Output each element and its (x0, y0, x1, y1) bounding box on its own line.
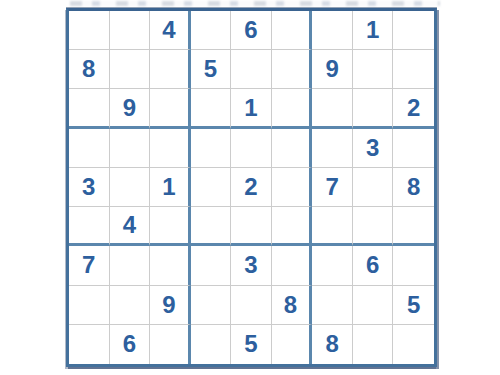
cell-r2c5-empty[interactable] (231, 50, 272, 89)
cell-r5c9-given: 8 (393, 168, 434, 207)
cell-r6c4-empty[interactable] (191, 207, 232, 246)
cell-r2c4-given: 5 (191, 50, 232, 89)
cell-r8c7-empty[interactable] (312, 286, 353, 325)
cell-r7c6-empty[interactable] (272, 246, 313, 285)
cell-r5c6-empty[interactable] (272, 168, 313, 207)
cell-r3c1-empty[interactable] (69, 89, 110, 128)
cell-r4c6-empty[interactable] (272, 129, 313, 168)
cell-r6c9-empty[interactable] (393, 207, 434, 246)
cell-r6c1-empty[interactable] (69, 207, 110, 246)
cell-r4c4-empty[interactable] (191, 129, 232, 168)
cell-r7c1-given: 7 (69, 246, 110, 285)
cell-r7c3-empty[interactable] (150, 246, 191, 285)
cell-r6c2-given: 4 (110, 207, 151, 246)
cell-r9c8-empty[interactable] (353, 325, 394, 364)
cell-r9c7-given: 8 (312, 325, 353, 364)
cell-r1c1-empty[interactable] (69, 11, 110, 50)
cell-r3c8-empty[interactable] (353, 89, 394, 128)
cell-r5c5-given: 2 (231, 168, 272, 207)
cell-r9c2-given: 6 (110, 325, 151, 364)
cell-r3c7-empty[interactable] (312, 89, 353, 128)
cell-r9c6-empty[interactable] (272, 325, 313, 364)
cell-r4c8-given: 3 (353, 129, 394, 168)
sudoku-board: 4618599123312784736985658 (66, 8, 437, 367)
cell-r9c5-given: 5 (231, 325, 272, 364)
cell-r8c4-empty[interactable] (191, 286, 232, 325)
cell-r1c7-empty[interactable] (312, 11, 353, 50)
cell-r9c1-empty[interactable] (69, 325, 110, 364)
cell-r8c5-empty[interactable] (231, 286, 272, 325)
cell-r3c6-empty[interactable] (272, 89, 313, 128)
cell-r1c5-given: 6 (231, 11, 272, 50)
cell-r4c1-empty[interactable] (69, 129, 110, 168)
cell-r7c2-empty[interactable] (110, 246, 151, 285)
page: 4618599123312784736985658 (0, 0, 500, 375)
cell-r4c7-empty[interactable] (312, 129, 353, 168)
cell-r9c4-empty[interactable] (191, 325, 232, 364)
cell-r1c4-empty[interactable] (191, 11, 232, 50)
cell-r3c4-empty[interactable] (191, 89, 232, 128)
cell-r3c9-given: 2 (393, 89, 434, 128)
cell-r5c1-given: 3 (69, 168, 110, 207)
cell-r8c9-given: 5 (393, 286, 434, 325)
cell-r8c3-given: 9 (150, 286, 191, 325)
cell-r6c8-empty[interactable] (353, 207, 394, 246)
cell-r9c9-empty[interactable] (393, 325, 434, 364)
cell-r1c3-given: 4 (150, 11, 191, 50)
cell-r2c8-empty[interactable] (353, 50, 394, 89)
cell-r7c9-empty[interactable] (393, 246, 434, 285)
cell-r4c5-empty[interactable] (231, 129, 272, 168)
cell-r2c6-empty[interactable] (272, 50, 313, 89)
cell-r8c1-empty[interactable] (69, 286, 110, 325)
cell-r6c6-empty[interactable] (272, 207, 313, 246)
cell-r1c6-empty[interactable] (272, 11, 313, 50)
cell-r7c7-empty[interactable] (312, 246, 353, 285)
cell-r7c5-given: 3 (231, 246, 272, 285)
cell-r2c2-empty[interactable] (110, 50, 151, 89)
cell-r8c6-given: 8 (272, 286, 313, 325)
cell-r4c3-empty[interactable] (150, 129, 191, 168)
cell-r3c3-empty[interactable] (150, 89, 191, 128)
cell-r7c4-empty[interactable] (191, 246, 232, 285)
cell-r5c7-given: 7 (312, 168, 353, 207)
cell-r5c8-empty[interactable] (353, 168, 394, 207)
cell-r2c7-given: 9 (312, 50, 353, 89)
cell-r2c3-empty[interactable] (150, 50, 191, 89)
cell-r2c1-given: 8 (69, 50, 110, 89)
cell-r9c3-empty[interactable] (150, 325, 191, 364)
cell-r1c8-given: 1 (353, 11, 394, 50)
cell-r8c8-empty[interactable] (353, 286, 394, 325)
cell-r2c9-empty[interactable] (393, 50, 434, 89)
cell-r3c2-given: 9 (110, 89, 151, 128)
cell-r8c2-empty[interactable] (110, 286, 151, 325)
cell-r1c2-empty[interactable] (110, 11, 151, 50)
cell-r6c3-empty[interactable] (150, 207, 191, 246)
cell-r5c2-empty[interactable] (110, 168, 151, 207)
cell-r3c5-given: 1 (231, 89, 272, 128)
cell-r6c5-empty[interactable] (231, 207, 272, 246)
cell-r4c2-empty[interactable] (110, 129, 151, 168)
cell-r1c9-empty[interactable] (393, 11, 434, 50)
cell-r7c8-given: 6 (353, 246, 394, 285)
cell-r6c7-empty[interactable] (312, 207, 353, 246)
cell-r5c3-given: 1 (150, 168, 191, 207)
cell-r5c4-empty[interactable] (191, 168, 232, 207)
cropped-text-artifact (70, 1, 440, 6)
cell-r4c9-empty[interactable] (393, 129, 434, 168)
